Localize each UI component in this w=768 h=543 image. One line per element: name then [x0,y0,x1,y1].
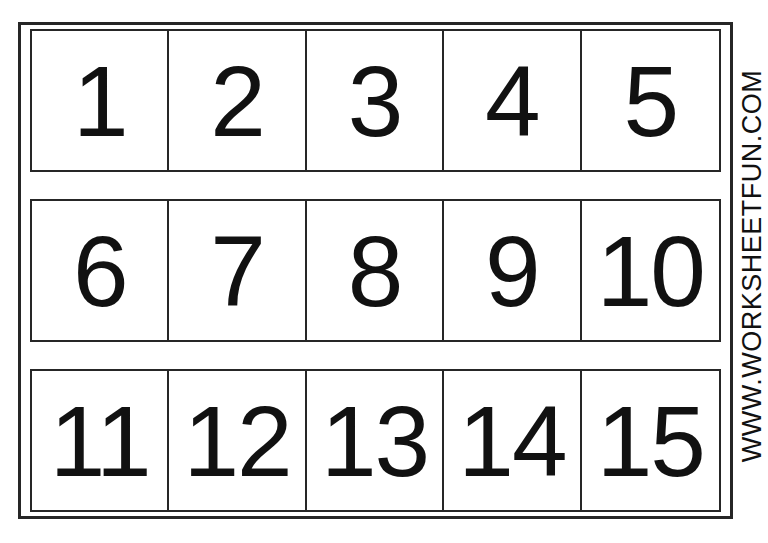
number-cell-14: 14 [444,371,581,510]
number-cell-1: 1 [32,31,169,170]
number-cell-4: 4 [444,31,581,170]
number-cell-3: 3 [307,31,444,170]
number-cell-9: 9 [444,201,581,340]
number-cell-8: 8 [307,201,444,340]
number-cell-7: 7 [169,201,306,340]
number-row-1: 1 2 3 4 5 [30,29,721,172]
watermark-text: WWW.WORKSHEETFUN.COM [737,70,768,462]
number-cell-13: 13 [307,371,444,510]
number-cell-5: 5 [582,31,719,170]
number-cell-15: 15 [582,371,719,510]
number-row-3: 11 12 13 14 15 [30,369,721,512]
number-cell-10: 10 [582,201,719,340]
number-cell-11: 11 [32,371,169,510]
number-cell-12: 12 [169,371,306,510]
number-cell-6: 6 [32,201,169,340]
worksheet-frame: 1 2 3 4 5 6 7 8 9 10 11 12 13 14 15 [18,22,733,519]
number-row-2: 6 7 8 9 10 [30,199,721,342]
number-cell-2: 2 [169,31,306,170]
